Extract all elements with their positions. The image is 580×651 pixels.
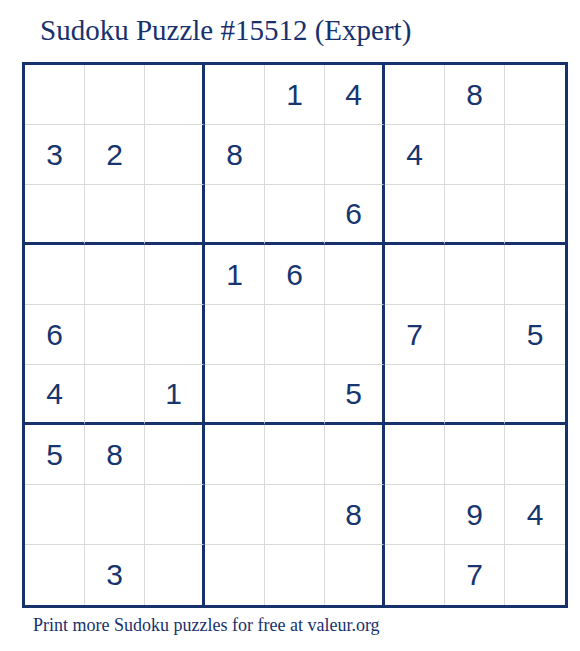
- cell-r6c1[interactable]: 4: [25, 365, 85, 425]
- cell-r9c3[interactable]: [145, 545, 205, 605]
- cell-r6c2[interactable]: [85, 365, 145, 425]
- cell-r5c4[interactable]: [205, 305, 265, 365]
- cell-r4c8[interactable]: [445, 245, 505, 305]
- cell-r6c3[interactable]: 1: [145, 365, 205, 425]
- cell-r5c3[interactable]: [145, 305, 205, 365]
- cell-r4c1[interactable]: [25, 245, 85, 305]
- cell-r4c2[interactable]: [85, 245, 145, 305]
- cell-r8c4[interactable]: [205, 485, 265, 545]
- cell-r7c6[interactable]: [325, 425, 385, 485]
- cell-r1c3[interactable]: [145, 65, 205, 125]
- cell-r3c2[interactable]: [85, 185, 145, 245]
- cell-r6c5[interactable]: [265, 365, 325, 425]
- cell-r5c7[interactable]: 7: [385, 305, 445, 365]
- cell-r5c6[interactable]: [325, 305, 385, 365]
- cell-r8c2[interactable]: [85, 485, 145, 545]
- cell-r1c7[interactable]: [385, 65, 445, 125]
- cell-r7c4[interactable]: [205, 425, 265, 485]
- cell-r7c2[interactable]: 8: [85, 425, 145, 485]
- cell-r9c1[interactable]: [25, 545, 85, 605]
- cell-r1c9[interactable]: [505, 65, 565, 125]
- cell-r1c2[interactable]: [85, 65, 145, 125]
- cell-r4c4[interactable]: 1: [205, 245, 265, 305]
- cell-r9c8[interactable]: 7: [445, 545, 505, 605]
- cell-r6c8[interactable]: [445, 365, 505, 425]
- cell-r8c7[interactable]: [385, 485, 445, 545]
- cell-r5c8[interactable]: [445, 305, 505, 365]
- sudoku-page: Sudoku Puzzle #15512 (Expert) 1483284616…: [0, 0, 580, 651]
- cell-r7c1[interactable]: 5: [25, 425, 85, 485]
- cell-r1c4[interactable]: [205, 65, 265, 125]
- cell-r7c9[interactable]: [505, 425, 565, 485]
- cell-r9c2[interactable]: 3: [85, 545, 145, 605]
- cell-r9c7[interactable]: [385, 545, 445, 605]
- cell-r4c3[interactable]: [145, 245, 205, 305]
- cell-r3c9[interactable]: [505, 185, 565, 245]
- footer-text: Print more Sudoku puzzles for free at va…: [33, 615, 380, 636]
- cell-r6c7[interactable]: [385, 365, 445, 425]
- cell-r8c9[interactable]: 4: [505, 485, 565, 545]
- sudoku-board: 14832846166754155889437: [22, 62, 568, 608]
- cell-r2c3[interactable]: [145, 125, 205, 185]
- cell-r5c5[interactable]: [265, 305, 325, 365]
- cell-r8c3[interactable]: [145, 485, 205, 545]
- cell-r8c8[interactable]: 9: [445, 485, 505, 545]
- cell-r1c6[interactable]: 4: [325, 65, 385, 125]
- cell-r8c6[interactable]: 8: [325, 485, 385, 545]
- cell-r9c6[interactable]: [325, 545, 385, 605]
- cell-r8c1[interactable]: [25, 485, 85, 545]
- cell-r3c1[interactable]: [25, 185, 85, 245]
- cell-r9c5[interactable]: [265, 545, 325, 605]
- cell-r6c4[interactable]: [205, 365, 265, 425]
- cell-r3c6[interactable]: 6: [325, 185, 385, 245]
- cell-r2c1[interactable]: 3: [25, 125, 85, 185]
- cell-r2c2[interactable]: 2: [85, 125, 145, 185]
- cell-r3c5[interactable]: [265, 185, 325, 245]
- cell-r5c1[interactable]: 6: [25, 305, 85, 365]
- cell-r1c8[interactable]: 8: [445, 65, 505, 125]
- cell-r2c5[interactable]: [265, 125, 325, 185]
- cell-r7c5[interactable]: [265, 425, 325, 485]
- cell-r9c9[interactable]: [505, 545, 565, 605]
- cell-r7c7[interactable]: [385, 425, 445, 485]
- cell-r7c8[interactable]: [445, 425, 505, 485]
- cell-r8c5[interactable]: [265, 485, 325, 545]
- cell-r2c4[interactable]: 8: [205, 125, 265, 185]
- cell-r4c9[interactable]: [505, 245, 565, 305]
- cell-r2c8[interactable]: [445, 125, 505, 185]
- cell-r3c4[interactable]: [205, 185, 265, 245]
- cell-r4c7[interactable]: [385, 245, 445, 305]
- cell-r2c7[interactable]: 4: [385, 125, 445, 185]
- cell-r6c6[interactable]: 5: [325, 365, 385, 425]
- cell-r1c1[interactable]: [25, 65, 85, 125]
- cell-r9c4[interactable]: [205, 545, 265, 605]
- cell-r4c5[interactable]: 6: [265, 245, 325, 305]
- cell-r1c5[interactable]: 1: [265, 65, 325, 125]
- cell-r2c9[interactable]: [505, 125, 565, 185]
- cell-r5c9[interactable]: 5: [505, 305, 565, 365]
- cell-r3c3[interactable]: [145, 185, 205, 245]
- cell-r6c9[interactable]: [505, 365, 565, 425]
- cell-r2c6[interactable]: [325, 125, 385, 185]
- cell-r7c3[interactable]: [145, 425, 205, 485]
- page-title: Sudoku Puzzle #15512 (Expert): [40, 14, 411, 47]
- cell-r4c6[interactable]: [325, 245, 385, 305]
- cell-r5c2[interactable]: [85, 305, 145, 365]
- cell-r3c7[interactable]: [385, 185, 445, 245]
- cell-r3c8[interactable]: [445, 185, 505, 245]
